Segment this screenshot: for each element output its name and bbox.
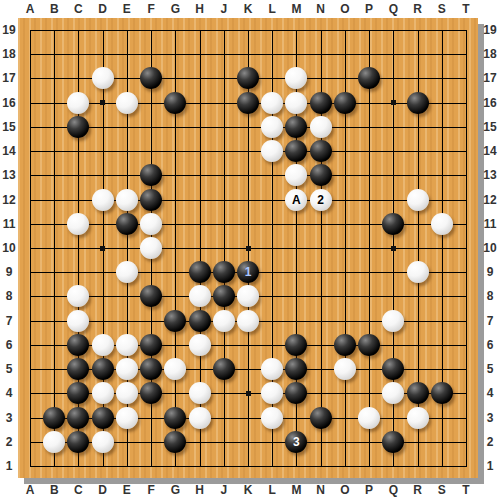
white-stone-L5[interactable]	[261, 358, 283, 380]
row-label-right-10: 10	[479, 240, 500, 256]
row-label-right-16: 16	[479, 95, 500, 111]
row-label-left-19: 19	[0, 22, 20, 38]
black-stone-C2[interactable]	[67, 431, 89, 453]
black-stone-B3[interactable]	[43, 407, 65, 429]
black-stone-F6[interactable]	[140, 334, 162, 356]
row-label-left-14: 14	[0, 143, 20, 159]
column-label-bottom-H: H	[189, 482, 211, 498]
column-label-bottom-C: C	[67, 482, 89, 498]
column-label-bottom-F: F	[140, 482, 162, 498]
white-stone-L14[interactable]	[261, 140, 283, 162]
black-stone-O16[interactable]	[334, 92, 356, 114]
star-point	[100, 246, 105, 251]
white-stone-L15[interactable]	[261, 116, 283, 138]
row-label-right-4: 4	[479, 385, 500, 401]
black-stone-F13[interactable]	[140, 164, 162, 186]
white-stone-D6[interactable]	[92, 334, 114, 356]
white-stone-O5[interactable]	[334, 358, 356, 380]
row-label-left-15: 15	[0, 119, 20, 135]
white-stone-N15[interactable]	[310, 116, 332, 138]
white-stone-P3[interactable]	[358, 407, 380, 429]
row-label-right-15: 15	[479, 119, 500, 135]
row-label-right-2: 2	[479, 434, 500, 450]
white-stone-E4[interactable]	[116, 382, 138, 404]
row-label-right-18: 18	[479, 46, 500, 62]
star-point	[391, 246, 396, 251]
row-label-left-7: 7	[0, 313, 20, 329]
white-stone-L16[interactable]	[261, 92, 283, 114]
row-label-left-9: 9	[0, 264, 20, 280]
row-label-left-5: 5	[0, 361, 20, 377]
column-label-top-G: G	[164, 1, 186, 17]
white-stone-C7[interactable]	[67, 310, 89, 332]
white-stone-C11[interactable]	[67, 213, 89, 235]
white-stone-K8[interactable]	[237, 285, 259, 307]
column-label-top-N: N	[310, 1, 332, 17]
black-stone-P6[interactable]	[358, 334, 380, 356]
white-stone-H6[interactable]	[189, 334, 211, 356]
white-stone-G5[interactable]	[164, 358, 186, 380]
black-stone-P17[interactable]	[358, 67, 380, 89]
white-stone-E9[interactable]	[116, 261, 138, 283]
white-stone-S11[interactable]	[431, 213, 453, 235]
column-label-bottom-M: M	[285, 482, 307, 498]
row-label-left-12: 12	[0, 192, 20, 208]
white-stone-R3[interactable]	[407, 407, 429, 429]
row-label-right-6: 6	[479, 337, 500, 353]
row-label-left-1: 1	[0, 458, 20, 474]
column-label-bottom-O: O	[334, 482, 356, 498]
star-point	[391, 100, 396, 105]
stone-label-2: 2	[317, 194, 324, 206]
white-stone-H8[interactable]	[189, 285, 211, 307]
black-stone-D3[interactable]	[92, 407, 114, 429]
black-stone-C4[interactable]	[67, 382, 89, 404]
black-stone-S4[interactable]	[431, 382, 453, 404]
white-stone-C16[interactable]	[67, 92, 89, 114]
black-stone-C3[interactable]	[67, 407, 89, 429]
column-label-top-D: D	[92, 1, 114, 17]
column-label-top-Q: Q	[382, 1, 404, 17]
black-stone-N14[interactable]	[310, 140, 332, 162]
black-stone-F17[interactable]	[140, 67, 162, 89]
white-stone-F10[interactable]	[140, 237, 162, 259]
column-label-bottom-G: G	[164, 482, 186, 498]
grid-line-horizontal	[30, 466, 467, 467]
black-stone-H9[interactable]	[189, 261, 211, 283]
row-label-left-13: 13	[0, 167, 20, 183]
black-stone-Q11[interactable]	[382, 213, 404, 235]
stone-label-3: 3	[293, 436, 300, 448]
row-label-left-3: 3	[0, 410, 20, 426]
column-label-bottom-L: L	[261, 482, 283, 498]
black-stone-C15[interactable]	[67, 116, 89, 138]
row-label-left-16: 16	[0, 95, 20, 111]
row-label-right-9: 9	[479, 264, 500, 280]
white-stone-M16[interactable]	[285, 92, 307, 114]
grid-line-vertical	[369, 30, 370, 467]
white-stone-D4[interactable]	[92, 382, 114, 404]
white-stone-J7[interactable]	[213, 310, 235, 332]
column-label-bottom-A: A	[19, 482, 41, 498]
black-stone-K17[interactable]	[237, 67, 259, 89]
white-stone-Q7[interactable]	[382, 310, 404, 332]
column-label-top-C: C	[67, 1, 89, 17]
column-label-top-S: S	[431, 1, 453, 17]
black-stone-C5[interactable]	[67, 358, 89, 380]
white-stone-H4[interactable]	[189, 382, 211, 404]
black-stone-F5[interactable]	[140, 358, 162, 380]
black-stone-J5[interactable]	[213, 358, 235, 380]
white-stone-D17[interactable]	[92, 67, 114, 89]
column-label-bottom-E: E	[116, 482, 138, 498]
black-stone-O6[interactable]	[334, 334, 356, 356]
white-stone-F11[interactable]	[140, 213, 162, 235]
black-stone-N13[interactable]	[310, 164, 332, 186]
star-point	[246, 391, 251, 396]
white-stone-E5[interactable]	[116, 358, 138, 380]
black-stone-F4[interactable]	[140, 382, 162, 404]
go-board[interactable]: A213	[18, 18, 478, 478]
column-label-top-P: P	[358, 1, 380, 17]
white-stone-N12[interactable]: 2	[310, 189, 332, 211]
black-stone-J9[interactable]	[213, 261, 235, 283]
black-stone-R16[interactable]	[407, 92, 429, 114]
column-label-top-J: J	[213, 1, 235, 17]
row-label-right-8: 8	[479, 288, 500, 304]
row-label-right-12: 12	[479, 192, 500, 208]
black-stone-G3[interactable]	[164, 407, 186, 429]
black-stone-M2[interactable]: 3	[285, 431, 307, 453]
column-label-top-R: R	[407, 1, 429, 17]
black-stone-K16[interactable]	[237, 92, 259, 114]
column-label-top-B: B	[43, 1, 65, 17]
column-label-bottom-J: J	[213, 482, 235, 498]
row-label-left-6: 6	[0, 337, 20, 353]
column-label-bottom-Q: Q	[382, 482, 404, 498]
black-stone-N3[interactable]	[310, 407, 332, 429]
go-diagram: A213 AABBCCDDEEFFGGHHJJKKLLMMNNOOPPQQRRS…	[0, 0, 500, 500]
column-label-bottom-T: T	[455, 482, 477, 498]
column-label-top-K: K	[237, 1, 259, 17]
black-stone-F12[interactable]	[140, 189, 162, 211]
white-stone-B2[interactable]	[43, 431, 65, 453]
stone-label-1: 1	[245, 266, 252, 278]
row-label-right-14: 14	[479, 143, 500, 159]
white-stone-L4[interactable]	[261, 382, 283, 404]
black-stone-E11[interactable]	[116, 213, 138, 235]
row-label-left-8: 8	[0, 288, 20, 304]
column-label-top-M: M	[285, 1, 307, 17]
column-label-bottom-D: D	[92, 482, 114, 498]
white-stone-D12[interactable]	[92, 189, 114, 211]
row-label-left-17: 17	[0, 70, 20, 86]
black-stone-M5[interactable]	[285, 358, 307, 380]
white-stone-M13[interactable]	[285, 164, 307, 186]
black-stone-Q5[interactable]	[382, 358, 404, 380]
column-label-top-L: L	[261, 1, 283, 17]
row-label-left-10: 10	[0, 240, 20, 256]
row-label-right-11: 11	[479, 216, 500, 232]
black-stone-M14[interactable]	[285, 140, 307, 162]
row-label-right-5: 5	[479, 361, 500, 377]
column-label-top-A: A	[19, 1, 41, 17]
black-stone-Q2[interactable]	[382, 431, 404, 453]
star-point	[246, 246, 251, 251]
white-stone-Q4[interactable]	[382, 382, 404, 404]
black-stone-M4[interactable]	[285, 382, 307, 404]
black-stone-G7[interactable]	[164, 310, 186, 332]
white-stone-E12[interactable]	[116, 189, 138, 211]
column-label-bottom-N: N	[310, 482, 332, 498]
black-stone-C6[interactable]	[67, 334, 89, 356]
column-label-top-H: H	[189, 1, 211, 17]
black-stone-H7[interactable]	[189, 310, 211, 332]
white-stone-E3[interactable]	[116, 407, 138, 429]
white-stone-K7[interactable]	[237, 310, 259, 332]
row-label-right-7: 7	[479, 313, 500, 329]
white-stone-C8[interactable]	[67, 285, 89, 307]
white-stone-R12[interactable]	[407, 189, 429, 211]
column-label-bottom-S: S	[431, 482, 453, 498]
star-point	[100, 100, 105, 105]
row-label-right-17: 17	[479, 70, 500, 86]
white-stone-E16[interactable]	[116, 92, 138, 114]
row-label-left-4: 4	[0, 385, 20, 401]
stone-label-A: A	[292, 194, 301, 206]
white-stone-D2[interactable]	[92, 431, 114, 453]
white-stone-E6[interactable]	[116, 334, 138, 356]
row-label-left-18: 18	[0, 46, 20, 62]
black-stone-M15[interactable]	[285, 116, 307, 138]
black-stone-K9[interactable]: 1	[237, 261, 259, 283]
black-stone-J8[interactable]	[213, 285, 235, 307]
black-stone-N16[interactable]	[310, 92, 332, 114]
black-stone-D5[interactable]	[92, 358, 114, 380]
column-label-bottom-P: P	[358, 482, 380, 498]
column-label-top-F: F	[140, 1, 162, 17]
white-stone-M12[interactable]: A	[285, 189, 307, 211]
white-stone-R9[interactable]	[407, 261, 429, 283]
black-stone-F8[interactable]	[140, 285, 162, 307]
row-label-left-2: 2	[0, 434, 20, 450]
grid-line-vertical	[466, 30, 467, 467]
white-stone-M17[interactable]	[285, 67, 307, 89]
row-label-right-3: 3	[479, 410, 500, 426]
column-label-bottom-K: K	[237, 482, 259, 498]
black-stone-G2[interactable]	[164, 431, 186, 453]
white-stone-L3[interactable]	[261, 407, 283, 429]
white-stone-H3[interactable]	[189, 407, 211, 429]
row-label-right-1: 1	[479, 458, 500, 474]
column-label-top-O: O	[334, 1, 356, 17]
black-stone-R4[interactable]	[407, 382, 429, 404]
row-label-right-19: 19	[479, 22, 500, 38]
row-label-left-11: 11	[0, 216, 20, 232]
row-label-right-13: 13	[479, 167, 500, 183]
column-label-bottom-B: B	[43, 482, 65, 498]
black-stone-M6[interactable]	[285, 334, 307, 356]
column-label-top-E: E	[116, 1, 138, 17]
column-label-top-T: T	[455, 1, 477, 17]
column-label-bottom-R: R	[407, 482, 429, 498]
black-stone-G16[interactable]	[164, 92, 186, 114]
